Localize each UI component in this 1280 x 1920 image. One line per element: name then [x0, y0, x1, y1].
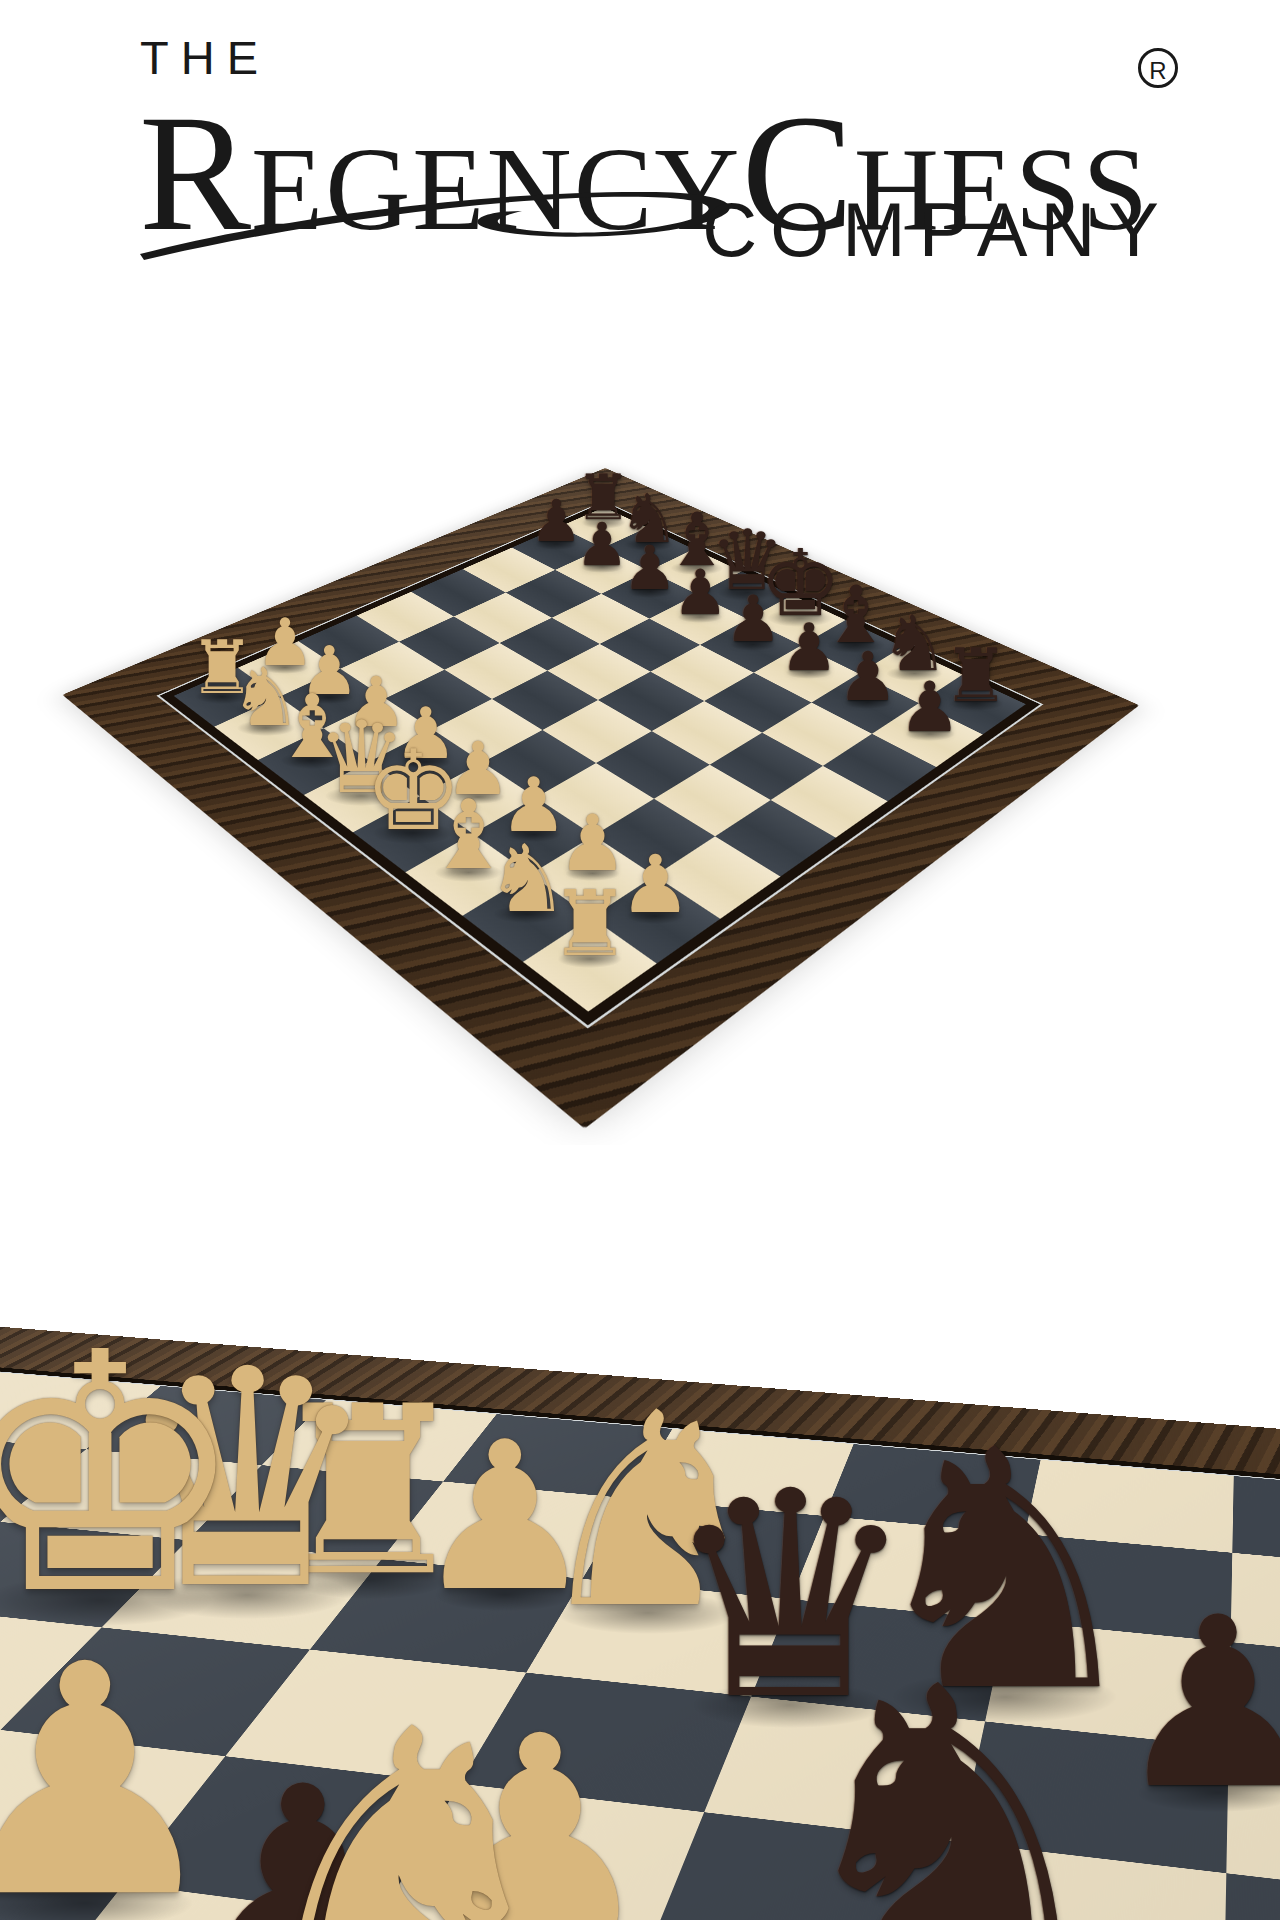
logo-word-company: COMPANY — [702, 186, 1172, 273]
brand-logo: THE ​REGENCYCHESS R COMPANY — [110, 0, 1172, 345]
board-squares-closeup — [0, 1372, 1280, 1920]
chess-board — [62, 468, 1139, 1129]
board-squares-grid — [174, 507, 1026, 1011]
logo-swash-flourish — [136, 182, 786, 266]
logo-word-regency-chess: ​REGENCYCHESS — [138, 28, 1150, 196]
registered-trademark-icon: R — [1138, 48, 1178, 88]
product-photo-closeup: ♚♛♜♟♞♛♞♟♟♟♞♟♞♜ — [0, 1145, 1280, 1920]
chess-board-closeup — [0, 1322, 1280, 1920]
product-photo-full-board: ♜♞♝♛♚♝♞♜♟♟♟♟♟♟♟♟♟♟♟♟♟♟♟♟♜♞♝♛♚♝♞♜ — [0, 345, 1280, 1145]
board-inlay-line — [156, 501, 1043, 1029]
